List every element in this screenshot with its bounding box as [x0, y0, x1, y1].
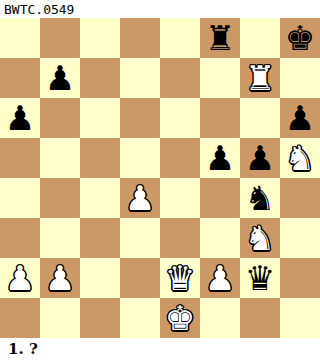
piece-black-pawn-b7[interactable]: ♟ [40, 58, 80, 98]
square-c5[interactable] [80, 138, 120, 178]
square-d1[interactable] [120, 298, 160, 338]
piece-white-pawn-a2[interactable]: ♟ [0, 258, 40, 298]
square-g5[interactable]: ♟ [240, 138, 280, 178]
piece-black-pawn-g5[interactable]: ♟ [240, 138, 280, 178]
square-c6[interactable] [80, 98, 120, 138]
square-c4[interactable] [80, 178, 120, 218]
piece-white-rook-g7[interactable]: ♜ [240, 58, 280, 98]
square-e7[interactable] [160, 58, 200, 98]
square-b4[interactable] [40, 178, 80, 218]
square-b5[interactable] [40, 138, 80, 178]
square-b8[interactable] [40, 18, 80, 58]
square-h1[interactable] [280, 298, 320, 338]
square-h2[interactable] [280, 258, 320, 298]
square-e4[interactable] [160, 178, 200, 218]
square-h5[interactable]: ♞ [280, 138, 320, 178]
square-h7[interactable] [280, 58, 320, 98]
move-prompt: 1. ? [0, 338, 320, 360]
square-f7[interactable] [200, 58, 240, 98]
square-f4[interactable] [200, 178, 240, 218]
square-a3[interactable] [0, 218, 40, 258]
square-e8[interactable] [160, 18, 200, 58]
square-d6[interactable] [120, 98, 160, 138]
square-e1[interactable]: ♚ [160, 298, 200, 338]
puzzle-id-header: BWTC.0549 [0, 0, 320, 18]
square-f8[interactable]: ♜ [200, 18, 240, 58]
move-prompt-text: 1. ? [8, 340, 38, 358]
square-b1[interactable] [40, 298, 80, 338]
square-a2[interactable]: ♟ [0, 258, 40, 298]
square-h6[interactable]: ♟ [280, 98, 320, 138]
square-f6[interactable] [200, 98, 240, 138]
piece-white-pawn-d4[interactable]: ♟ [120, 178, 160, 218]
square-b6[interactable] [40, 98, 80, 138]
square-a4[interactable] [0, 178, 40, 218]
square-a1[interactable] [0, 298, 40, 338]
square-h8[interactable]: ♚ [280, 18, 320, 58]
square-a5[interactable] [0, 138, 40, 178]
square-d5[interactable] [120, 138, 160, 178]
square-d3[interactable] [120, 218, 160, 258]
square-h3[interactable] [280, 218, 320, 258]
square-g8[interactable] [240, 18, 280, 58]
piece-black-pawn-h6[interactable]: ♟ [280, 98, 320, 138]
square-f1[interactable] [200, 298, 240, 338]
square-c7[interactable] [80, 58, 120, 98]
square-g4[interactable]: ♞ [240, 178, 280, 218]
square-d2[interactable] [120, 258, 160, 298]
square-d7[interactable] [120, 58, 160, 98]
square-g6[interactable] [240, 98, 280, 138]
chess-board: ♜♚♟♜♟♟♟♟♞♟♞♞♟♟♛♟♛♚ [0, 18, 320, 338]
square-e6[interactable] [160, 98, 200, 138]
square-g3[interactable]: ♞ [240, 218, 280, 258]
square-c8[interactable] [80, 18, 120, 58]
puzzle-id-text: BWTC.0549 [4, 2, 74, 17]
square-e5[interactable] [160, 138, 200, 178]
square-g1[interactable] [240, 298, 280, 338]
square-d8[interactable] [120, 18, 160, 58]
piece-black-pawn-a6[interactable]: ♟ [0, 98, 40, 138]
square-g7[interactable]: ♜ [240, 58, 280, 98]
piece-black-rook-f8[interactable]: ♜ [200, 18, 240, 58]
piece-white-king-e1[interactable]: ♚ [160, 298, 200, 338]
piece-white-queen-e2[interactable]: ♛ [160, 258, 200, 298]
piece-white-knight-g3[interactable]: ♞ [240, 218, 280, 258]
square-b7[interactable]: ♟ [40, 58, 80, 98]
piece-white-pawn-b2[interactable]: ♟ [40, 258, 80, 298]
piece-white-knight-h5[interactable]: ♞ [280, 138, 320, 178]
square-a6[interactable]: ♟ [0, 98, 40, 138]
square-f3[interactable] [200, 218, 240, 258]
square-f2[interactable]: ♟ [200, 258, 240, 298]
square-g2[interactable]: ♛ [240, 258, 280, 298]
piece-black-king-h8[interactable]: ♚ [280, 18, 320, 58]
square-b2[interactable]: ♟ [40, 258, 80, 298]
square-d4[interactable]: ♟ [120, 178, 160, 218]
piece-black-pawn-f5[interactable]: ♟ [200, 138, 240, 178]
piece-black-knight-g4[interactable]: ♞ [240, 178, 280, 218]
square-e2[interactable]: ♛ [160, 258, 200, 298]
square-b3[interactable] [40, 218, 80, 258]
square-a8[interactable] [0, 18, 40, 58]
square-f5[interactable]: ♟ [200, 138, 240, 178]
square-a7[interactable] [0, 58, 40, 98]
square-h4[interactable] [280, 178, 320, 218]
square-e3[interactable] [160, 218, 200, 258]
square-c2[interactable] [80, 258, 120, 298]
square-c3[interactable] [80, 218, 120, 258]
piece-white-pawn-f2[interactable]: ♟ [200, 258, 240, 298]
square-c1[interactable] [80, 298, 120, 338]
piece-black-queen-g2[interactable]: ♛ [240, 258, 280, 298]
